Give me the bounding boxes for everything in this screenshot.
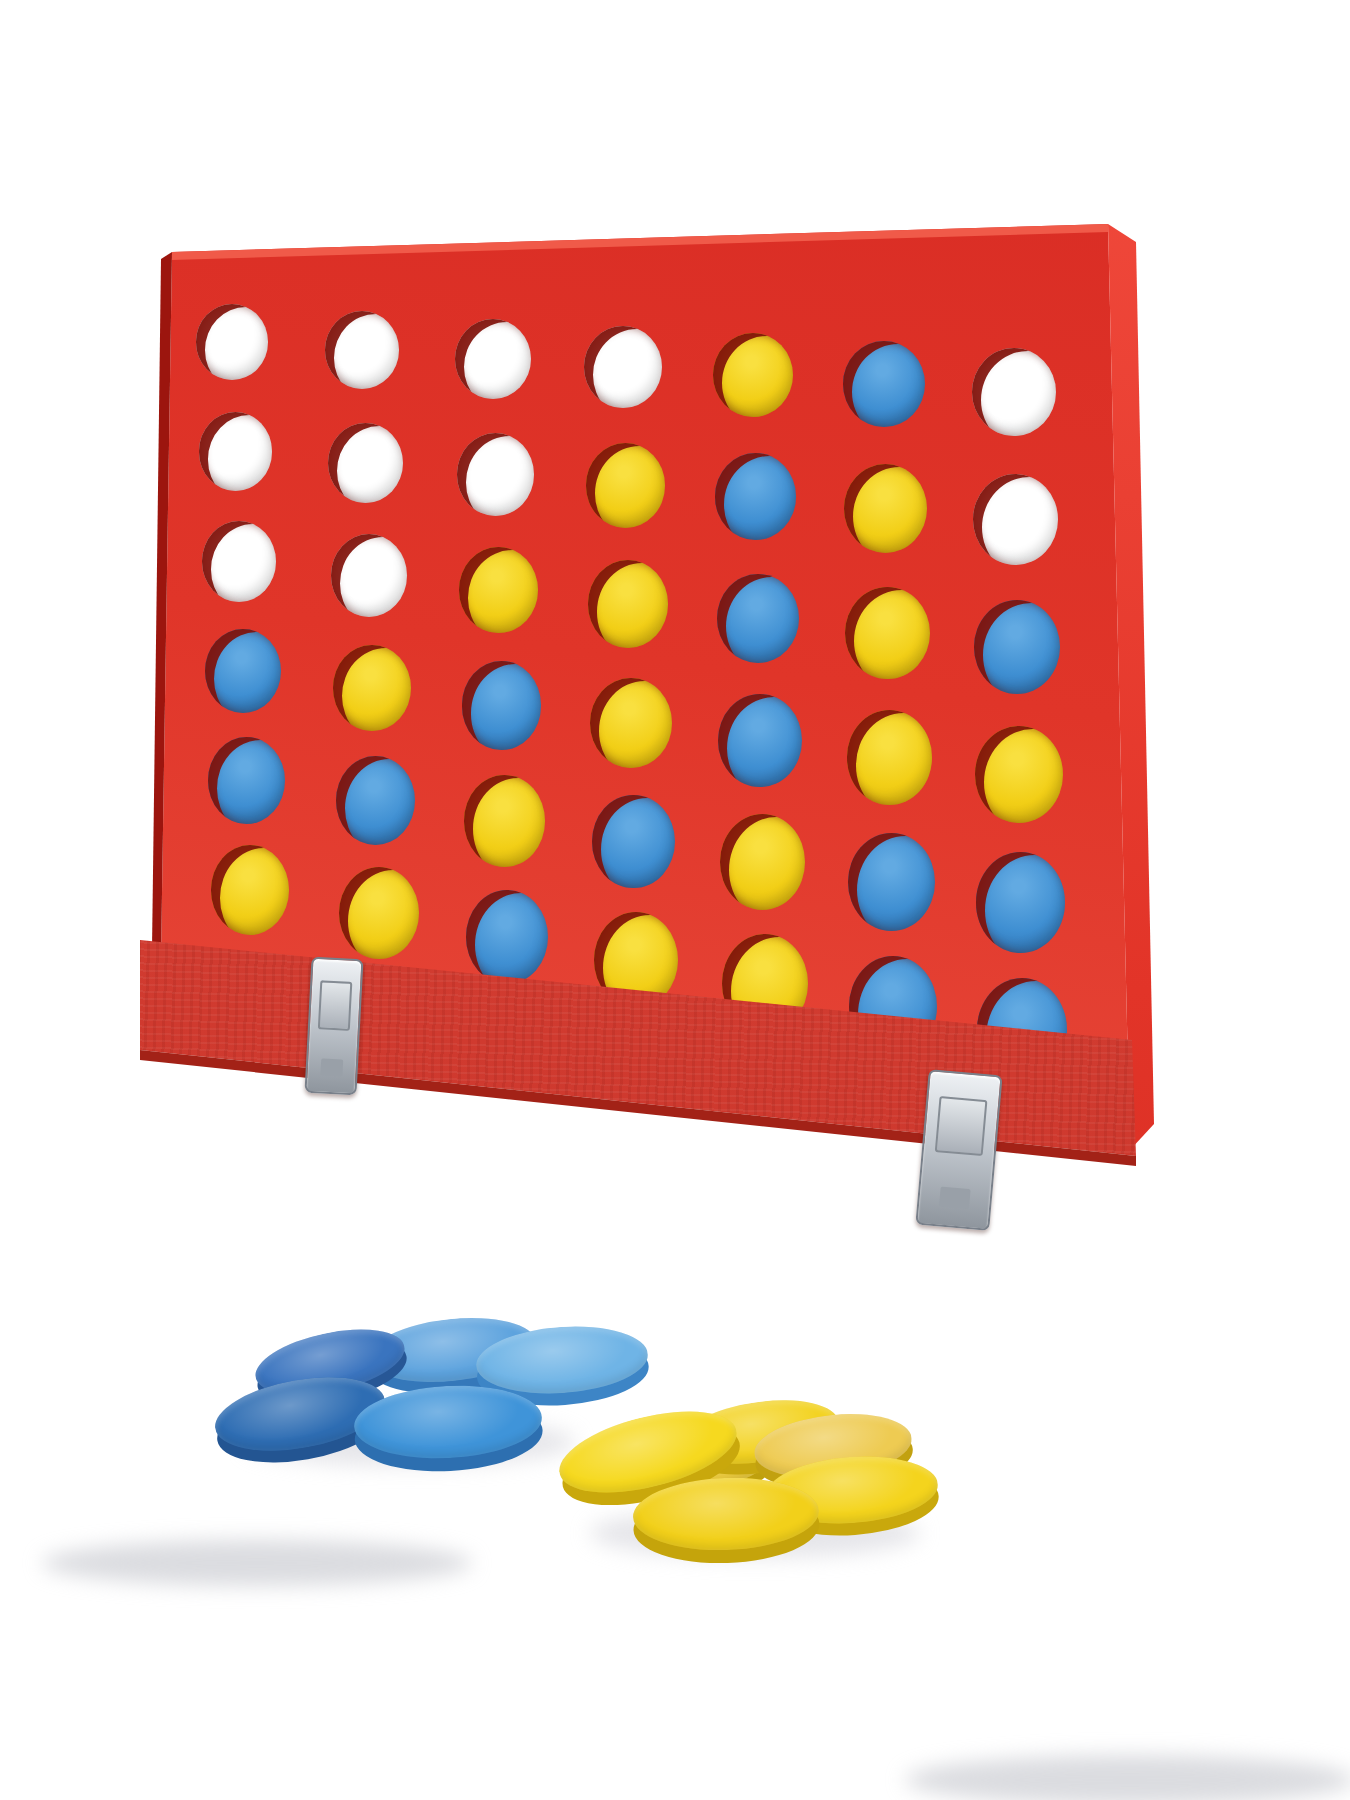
- blue-disc-in-hole-r4c3: [462, 661, 542, 749]
- yellow-disc-in-hole-r3c6: [845, 587, 929, 679]
- empty-hole-r2c2: [328, 423, 403, 503]
- blue-disc-in-hole-r3c7: [974, 600, 1060, 694]
- yellow-disc-in-hole-r4c4: [590, 678, 672, 769]
- yellow-disc-in-hole-r3c3: [459, 547, 537, 632]
- empty-hole-r1c1: [196, 304, 268, 380]
- empty-hole-r1c7: [972, 348, 1056, 436]
- empty-hole-r3c2: [331, 534, 407, 617]
- yellow-disc-in-hole-r5c3: [464, 775, 545, 866]
- yellow-disc-in-hole-r4c6: [847, 710, 933, 805]
- yellow-disc-in-hole-r4c7: [975, 726, 1063, 823]
- yellow-disc-in-hole-r6c1: [211, 845, 289, 935]
- yellow-disc-in-hole-r2c4: [586, 443, 665, 528]
- empty-hole-r2c1: [199, 412, 272, 490]
- blue-disc-in-hole-r5c7: [976, 852, 1065, 952]
- right-stand-shadow: [905, 1755, 1350, 1800]
- blue-disc-in-hole-r2c5: [715, 453, 796, 540]
- empty-hole-r1c2: [325, 311, 399, 389]
- blue-disc-in-hole-r3c5: [717, 574, 799, 664]
- yellow-disc-in-hole-r2c6: [844, 464, 927, 553]
- empty-hole-r2c3: [457, 433, 534, 516]
- empty-hole-r1c4: [584, 326, 662, 408]
- empty-hole-r1c3: [455, 319, 531, 399]
- metal-latch-left: [304, 957, 363, 1096]
- giant-connect-four-photo: [0, 0, 1350, 1800]
- yellow-disc-in-hole-r4c2: [333, 645, 411, 731]
- left-stand-shadow: [42, 1540, 472, 1586]
- yellow-disc-in-hole-r5c5: [720, 814, 805, 910]
- blue-disc-in-hole-r4c1: [205, 629, 281, 713]
- blue-disc-in-hole-r5c2: [336, 756, 415, 845]
- blue-disc-in-hole-r6c3: [466, 890, 548, 984]
- metal-latch-right: [915, 1069, 1002, 1231]
- ground-yellow-disc-6: [632, 1475, 820, 1553]
- blue-disc-in-hole-r1c6: [843, 341, 925, 427]
- empty-hole-r2c7: [973, 474, 1058, 565]
- blue-disc-in-hole-r5c1: [208, 737, 285, 824]
- yellow-disc-in-hole-r3c4: [588, 560, 668, 648]
- blue-disc-in-hole-r4c5: [718, 694, 802, 787]
- ground-blue-disc-5: [352, 1381, 544, 1463]
- blue-disc-in-hole-r5c6: [848, 833, 935, 931]
- blue-disc-in-hole-r5c4: [592, 795, 675, 889]
- yellow-disc-in-hole-r6c2: [339, 867, 419, 959]
- empty-hole-r3c1: [202, 521, 276, 602]
